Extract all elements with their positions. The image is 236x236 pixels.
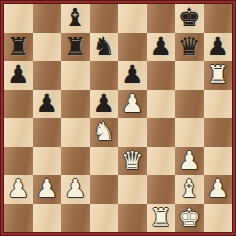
square-e5[interactable]: ♟ bbox=[118, 90, 147, 119]
chess-board: ♝♚♜♜♞♟♛♟♟♟♜♟♟♟♞♛♟♟♟♟♝♟♜♚ bbox=[4, 4, 232, 232]
piece-white-pawn[interactable]: ♟ bbox=[64, 175, 86, 203]
square-b8[interactable] bbox=[33, 4, 62, 33]
square-a6[interactable]: ♟ bbox=[4, 61, 33, 90]
square-f4[interactable] bbox=[147, 118, 176, 147]
piece-white-rook[interactable]: ♜ bbox=[207, 61, 229, 89]
square-a5[interactable] bbox=[4, 90, 33, 119]
square-b2[interactable]: ♟ bbox=[33, 175, 62, 204]
square-h2[interactable]: ♟ bbox=[204, 175, 233, 204]
square-f1[interactable]: ♜ bbox=[147, 204, 176, 233]
piece-white-pawn[interactable]: ♟ bbox=[178, 147, 200, 175]
square-c5[interactable] bbox=[61, 90, 90, 119]
square-b7[interactable] bbox=[33, 33, 62, 62]
square-g4[interactable] bbox=[175, 118, 204, 147]
square-d2[interactable] bbox=[90, 175, 119, 204]
piece-black-queen[interactable]: ♛ bbox=[178, 33, 200, 61]
piece-white-knight[interactable]: ♞ bbox=[93, 118, 115, 146]
square-h7[interactable]: ♟ bbox=[204, 33, 233, 62]
square-e1[interactable] bbox=[118, 204, 147, 233]
chess-board-frame: ♝♚♜♜♞♟♛♟♟♟♜♟♟♟♞♛♟♟♟♟♝♟♜♚ bbox=[0, 0, 236, 236]
square-b5[interactable]: ♟ bbox=[33, 90, 62, 119]
piece-black-king[interactable]: ♚ bbox=[178, 4, 200, 32]
piece-black-pawn[interactable]: ♟ bbox=[207, 33, 229, 61]
square-d5[interactable]: ♟ bbox=[90, 90, 119, 119]
piece-black-pawn[interactable]: ♟ bbox=[7, 61, 29, 89]
square-g2[interactable]: ♝ bbox=[175, 175, 204, 204]
square-g6[interactable] bbox=[175, 61, 204, 90]
square-f6[interactable] bbox=[147, 61, 176, 90]
square-a7[interactable]: ♜ bbox=[4, 33, 33, 62]
square-a8[interactable] bbox=[4, 4, 33, 33]
square-h6[interactable]: ♜ bbox=[204, 61, 233, 90]
square-g5[interactable] bbox=[175, 90, 204, 119]
square-f2[interactable] bbox=[147, 175, 176, 204]
square-h4[interactable] bbox=[204, 118, 233, 147]
piece-black-pawn[interactable]: ♟ bbox=[36, 90, 58, 118]
square-e7[interactable] bbox=[118, 33, 147, 62]
square-c7[interactable]: ♜ bbox=[61, 33, 90, 62]
square-g1[interactable]: ♚ bbox=[175, 204, 204, 233]
square-b4[interactable] bbox=[33, 118, 62, 147]
square-a3[interactable] bbox=[4, 147, 33, 176]
square-h1[interactable] bbox=[204, 204, 233, 233]
square-h3[interactable] bbox=[204, 147, 233, 176]
square-f5[interactable] bbox=[147, 90, 176, 119]
piece-black-bishop[interactable]: ♝ bbox=[64, 4, 86, 32]
square-g7[interactable]: ♛ bbox=[175, 33, 204, 62]
piece-white-pawn[interactable]: ♟ bbox=[121, 90, 143, 118]
square-c3[interactable] bbox=[61, 147, 90, 176]
piece-white-bishop[interactable]: ♝ bbox=[178, 175, 200, 203]
square-e6[interactable]: ♟ bbox=[118, 61, 147, 90]
square-e8[interactable] bbox=[118, 4, 147, 33]
square-g8[interactable]: ♚ bbox=[175, 4, 204, 33]
piece-black-knight[interactable]: ♞ bbox=[93, 33, 115, 61]
square-b3[interactable] bbox=[33, 147, 62, 176]
square-a2[interactable]: ♟ bbox=[4, 175, 33, 204]
square-f8[interactable] bbox=[147, 4, 176, 33]
square-a4[interactable] bbox=[4, 118, 33, 147]
square-e4[interactable] bbox=[118, 118, 147, 147]
square-f7[interactable]: ♟ bbox=[147, 33, 176, 62]
square-d1[interactable] bbox=[90, 204, 119, 233]
square-g3[interactable]: ♟ bbox=[175, 147, 204, 176]
piece-white-pawn[interactable]: ♟ bbox=[7, 175, 29, 203]
square-f3[interactable] bbox=[147, 147, 176, 176]
square-e3[interactable]: ♛ bbox=[118, 147, 147, 176]
square-h5[interactable] bbox=[204, 90, 233, 119]
square-c6[interactable] bbox=[61, 61, 90, 90]
square-c8[interactable]: ♝ bbox=[61, 4, 90, 33]
square-b6[interactable] bbox=[33, 61, 62, 90]
piece-black-rook[interactable]: ♜ bbox=[7, 33, 29, 61]
piece-white-king[interactable]: ♚ bbox=[178, 204, 200, 232]
piece-black-pawn[interactable]: ♟ bbox=[150, 33, 172, 61]
square-d7[interactable]: ♞ bbox=[90, 33, 119, 62]
square-d6[interactable] bbox=[90, 61, 119, 90]
piece-white-rook[interactable]: ♜ bbox=[150, 204, 172, 232]
piece-black-pawn[interactable]: ♟ bbox=[121, 61, 143, 89]
square-b1[interactable] bbox=[33, 204, 62, 233]
piece-white-pawn[interactable]: ♟ bbox=[36, 175, 58, 203]
square-e2[interactable] bbox=[118, 175, 147, 204]
piece-black-rook[interactable]: ♜ bbox=[64, 33, 86, 61]
square-c4[interactable] bbox=[61, 118, 90, 147]
square-c1[interactable] bbox=[61, 204, 90, 233]
piece-black-pawn[interactable]: ♟ bbox=[93, 90, 115, 118]
square-d8[interactable] bbox=[90, 4, 119, 33]
square-h8[interactable] bbox=[204, 4, 233, 33]
piece-white-queen[interactable]: ♛ bbox=[121, 147, 143, 175]
square-d4[interactable]: ♞ bbox=[90, 118, 119, 147]
square-c2[interactable]: ♟ bbox=[61, 175, 90, 204]
square-a1[interactable] bbox=[4, 204, 33, 233]
piece-white-pawn[interactable]: ♟ bbox=[207, 175, 229, 203]
square-d3[interactable] bbox=[90, 147, 119, 176]
